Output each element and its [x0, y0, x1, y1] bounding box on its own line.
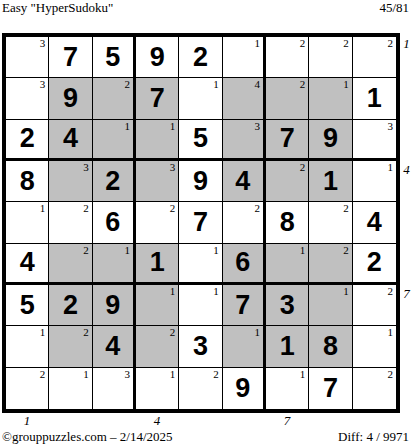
cell-r9c6[interactable]: 9	[223, 368, 266, 409]
given-digit: 7	[49, 37, 91, 77]
cell-r6c2[interactable]: 2	[49, 244, 92, 285]
given-digit: 9	[179, 161, 221, 201]
cell-r7c7[interactable]: 3	[266, 285, 309, 326]
cell-r4c3[interactable]: 2	[93, 161, 136, 202]
given-digit: 9	[49, 78, 91, 118]
given-digit: 5	[93, 37, 133, 77]
pencil-mark: 2	[387, 38, 393, 49]
remaining-counter: 45/81	[379, 0, 409, 16]
cell-r1c3[interactable]: 5	[93, 37, 136, 78]
cell-r2c3[interactable]: 2	[93, 78, 136, 119]
pencil-mark: 1	[40, 203, 46, 214]
cell-r5c1[interactable]: 1	[6, 202, 49, 243]
cell-r6c1[interactable]: 4	[6, 244, 49, 285]
pencil-mark: 2	[343, 203, 349, 214]
sudoku-board: 3759212223927142112411537938323942111262…	[2, 33, 400, 413]
cell-r2c9[interactable]: 1	[353, 78, 396, 119]
col-label-4: 4	[147, 413, 167, 429]
pencil-mark: 2	[300, 162, 306, 173]
cell-r5c3[interactable]: 6	[93, 202, 136, 243]
cell-r4c1[interactable]: 8	[6, 161, 49, 202]
cell-r7c6[interactable]: 7	[223, 285, 266, 326]
page-title: Easy "HyperSudoku"	[2, 0, 113, 16]
given-digit: 2	[179, 37, 221, 77]
cell-r7c5[interactable]: 1	[179, 285, 222, 326]
cell-r8c4[interactable]: 2	[136, 326, 179, 367]
pencil-mark: 1	[124, 121, 130, 132]
cell-r7c9[interactable]: 2	[353, 285, 396, 326]
given-digit: 6	[93, 202, 133, 242]
pencil-mark: 1	[254, 38, 260, 49]
pencil-mark: 2	[83, 327, 89, 338]
pencil-mark: 2	[170, 203, 176, 214]
pencil-mark: 1	[213, 245, 219, 256]
pencil-mark: 2	[170, 327, 176, 338]
cell-r4c8[interactable]: 1	[309, 161, 352, 202]
cell-r4c9[interactable]: 1	[353, 161, 396, 202]
cell-r3c3[interactable]: 1	[93, 120, 136, 161]
cell-r1c1[interactable]: 3	[6, 37, 49, 78]
pencil-mark: 1	[300, 369, 306, 380]
cell-r8c8[interactable]: 8	[309, 326, 352, 367]
pencil-mark: 2	[343, 38, 349, 49]
given-digit: 8	[266, 202, 308, 242]
row-label-1: 1	[401, 36, 412, 52]
cell-r7c3[interactable]: 9	[93, 285, 136, 326]
cell-r7c2[interactable]: 2	[49, 285, 92, 326]
pencil-mark: 2	[300, 79, 306, 90]
given-digit: 9	[309, 120, 351, 158]
pencil-mark: 1	[387, 162, 393, 173]
cell-r7c8[interactable]: 1	[309, 285, 352, 326]
row-label-4: 4	[401, 162, 412, 178]
pencil-mark: 3	[83, 162, 89, 173]
cell-r4c5[interactable]: 9	[179, 161, 222, 202]
given-digit: 7	[266, 120, 308, 158]
given-digit: 5	[179, 120, 221, 158]
given-digit: 6	[223, 244, 263, 282]
pencil-mark: 2	[83, 245, 89, 256]
pencil-mark: 1	[343, 286, 349, 297]
cell-r1c7[interactable]: 2	[266, 37, 309, 78]
cell-r6c5[interactable]: 1	[179, 244, 222, 285]
cell-r6c4[interactable]: 1	[136, 244, 179, 285]
cell-r3c4[interactable]: 1	[136, 120, 179, 161]
pencil-mark: 2	[343, 245, 349, 256]
cell-r8c1[interactable]: 1	[6, 326, 49, 367]
cell-r8c6[interactable]: 1	[223, 326, 266, 367]
cell-r8c5[interactable]: 3	[179, 326, 222, 367]
pencil-mark: 1	[124, 245, 130, 256]
pencil-mark: 1	[213, 79, 219, 90]
cell-r2c5[interactable]: 1	[179, 78, 222, 119]
pencil-mark: 3	[124, 369, 130, 380]
difficulty-text: Diff: 4 / 9971	[338, 429, 409, 445]
pencil-mark: 3	[170, 162, 176, 173]
given-digit: 7	[179, 202, 221, 242]
cell-r3c1[interactable]: 2	[6, 120, 49, 161]
pencil-mark: 1	[40, 327, 46, 338]
cell-r1c9[interactable]: 2	[353, 37, 396, 78]
cell-r3c8[interactable]: 9	[309, 120, 352, 161]
cell-r4c7[interactable]: 2	[266, 161, 309, 202]
cell-r9c8[interactable]: 7	[309, 368, 352, 409]
cell-r5c9[interactable]: 4	[353, 202, 396, 243]
cell-r9c3[interactable]: 3	[93, 368, 136, 409]
given-digit: 2	[353, 244, 396, 282]
given-digit: 8	[309, 326, 351, 366]
cell-r1c8[interactable]: 2	[309, 37, 352, 78]
cell-r5c5[interactable]: 7	[179, 202, 222, 243]
pencil-mark: 2	[254, 203, 260, 214]
pencil-mark: 4	[254, 79, 260, 90]
cell-r2c4[interactable]: 7	[136, 78, 179, 119]
cell-r1c4[interactable]: 9	[136, 37, 179, 78]
pencil-mark: 1	[213, 286, 219, 297]
pencil-mark: 3	[387, 121, 393, 132]
pencil-mark: 3	[254, 121, 260, 132]
given-digit: 4	[353, 202, 396, 242]
cell-r8c9[interactable]: 1	[353, 326, 396, 367]
cell-r9c7[interactable]: 1	[266, 368, 309, 409]
cell-r8c7[interactable]: 1	[266, 326, 309, 367]
given-digit: 1	[353, 78, 396, 118]
row-label-7: 7	[401, 286, 412, 302]
cell-r4c4[interactable]: 3	[136, 161, 179, 202]
given-digit: 7	[223, 285, 263, 325]
given-digit: 4	[49, 120, 91, 158]
cell-r4c6[interactable]: 4	[223, 161, 266, 202]
given-digit: 2	[6, 120, 48, 158]
cell-r2c1[interactable]: 3	[6, 78, 49, 119]
cell-r7c4[interactable]: 1	[136, 285, 179, 326]
pencil-mark: 1	[254, 327, 260, 338]
cell-r1c6[interactable]: 1	[223, 37, 266, 78]
cell-r9c1[interactable]: 2	[6, 368, 49, 409]
cell-r6c3[interactable]: 1	[93, 244, 136, 285]
copyright-text: ©grouppuzzles.com – 2/14/2025	[2, 429, 173, 445]
cell-r6c8[interactable]: 2	[309, 244, 352, 285]
pencil-mark: 1	[170, 286, 176, 297]
given-digit: 8	[6, 161, 48, 201]
cell-r3c7[interactable]: 7	[266, 120, 309, 161]
cell-r3c9[interactable]: 3	[353, 120, 396, 161]
pencil-mark: 1	[387, 327, 393, 338]
cell-r6c6[interactable]: 6	[223, 244, 266, 285]
given-digit: 7	[136, 78, 178, 118]
cell-r9c4[interactable]: 1	[136, 368, 179, 409]
pencil-mark: 2	[40, 369, 46, 380]
given-digit: 9	[136, 37, 178, 77]
cell-r1c5[interactable]: 2	[179, 37, 222, 78]
given-digit: 3	[179, 326, 221, 366]
pencil-mark: 1	[300, 245, 306, 256]
pencil-mark: 2	[300, 38, 306, 49]
col-label-7: 7	[277, 413, 297, 429]
cell-r3c6[interactable]: 3	[223, 120, 266, 161]
cell-r3c5[interactable]: 5	[179, 120, 222, 161]
pencil-mark: 1	[170, 121, 176, 132]
pencil-mark: 1	[170, 369, 176, 380]
given-digit: 4	[6, 244, 48, 282]
pencil-mark: 3	[40, 38, 46, 49]
cell-r8c3[interactable]: 4	[93, 326, 136, 367]
pencil-mark: 1	[343, 79, 349, 90]
pencil-mark: 2	[124, 79, 130, 90]
pencil-mark: 1	[83, 369, 89, 380]
given-digit: 7	[309, 368, 351, 409]
cell-r5c8[interactable]: 2	[309, 202, 352, 243]
given-digit: 1	[266, 326, 308, 366]
given-digit: 4	[223, 161, 263, 201]
given-digit: 9	[223, 368, 263, 409]
given-digit: 3	[266, 285, 308, 325]
pencil-mark: 3	[40, 79, 46, 90]
pencil-mark: 2	[213, 369, 219, 380]
cell-r6c9[interactable]: 2	[353, 244, 396, 285]
pencil-mark: 2	[83, 203, 89, 214]
cell-r5c2[interactable]: 2	[49, 202, 92, 243]
cell-r5c7[interactable]: 8	[266, 202, 309, 243]
cell-r9c5[interactable]: 2	[179, 368, 222, 409]
cell-r9c9[interactable]: 2	[353, 368, 396, 409]
cell-r7c1[interactable]: 5	[6, 285, 49, 326]
given-digit: 5	[6, 285, 48, 325]
given-digit: 1	[136, 244, 178, 282]
cell-r1c2[interactable]: 7	[49, 37, 92, 78]
cell-r6c7[interactable]: 1	[266, 244, 309, 285]
cell-r2c6[interactable]: 4	[223, 78, 266, 119]
cell-r2c2[interactable]: 9	[49, 78, 92, 119]
given-digit: 1	[309, 161, 351, 201]
cell-r2c8[interactable]: 1	[309, 78, 352, 119]
puzzle-page: Easy "HyperSudoku" 45/81 375921222392714…	[0, 0, 412, 445]
pencil-mark: 2	[387, 286, 393, 297]
cell-r8c2[interactable]: 2	[49, 326, 92, 367]
cell-r5c6[interactable]: 2	[223, 202, 266, 243]
cell-r5c4[interactable]: 2	[136, 202, 179, 243]
given-digit: 2	[93, 161, 133, 201]
pencil-mark: 2	[387, 369, 393, 380]
given-digit: 4	[93, 326, 133, 366]
cell-r4c2[interactable]: 3	[49, 161, 92, 202]
cell-r3c2[interactable]: 4	[49, 120, 92, 161]
col-label-1: 1	[17, 413, 37, 429]
cell-r9c2[interactable]: 1	[49, 368, 92, 409]
given-digit: 9	[93, 285, 133, 325]
cell-r2c7[interactable]: 2	[266, 78, 309, 119]
given-digit: 2	[49, 285, 91, 325]
